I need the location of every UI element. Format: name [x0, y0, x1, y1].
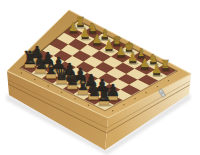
brass-pin	[123, 104, 124, 105]
svg-text:♟: ♟	[151, 62, 162, 76]
brass-pin	[134, 98, 135, 99]
brass-pin	[157, 86, 158, 87]
piece-white-pawn: ♟	[80, 26, 91, 41]
brass-pin	[145, 92, 146, 93]
brass-pin	[168, 80, 169, 81]
piece-white-pawn: ♟	[68, 20, 79, 35]
piece-white-pawn: ♟	[116, 44, 127, 59]
svg-text:♟: ♟	[80, 26, 91, 40]
svg-text:♟: ♟	[104, 38, 115, 52]
brass-pin	[34, 79, 35, 80]
svg-text:♜: ♜	[96, 85, 112, 105]
piece-black-rook: ♜	[96, 85, 112, 107]
brass-pin	[21, 72, 22, 73]
piece-white-pawn: ♟	[151, 62, 162, 77]
piece-white-pawn: ♟	[139, 56, 150, 71]
svg-text:♟: ♟	[92, 32, 103, 46]
piece-white-pawn: ♟	[104, 38, 115, 53]
brass-pin	[61, 92, 62, 93]
brass-pin	[88, 105, 89, 106]
svg-text:♟: ♟	[139, 56, 150, 70]
svg-text:♟: ♟	[116, 44, 127, 58]
chess-board: ♜♞♝♛♚♝♞♜♟♟♟♟♟♟♟♟♟♟♟♟♟♟♟♟♜♞♝♛♚♝♞♜	[0, 0, 200, 155]
piece-white-pawn: ♟	[128, 50, 139, 65]
brass-pin	[74, 98, 75, 99]
piece-white-rook: ♜	[161, 58, 171, 72]
chess-set-photo: ♜♞♝♛♚♝♞♜♟♟♟♟♟♟♟♟♟♟♟♟♟♟♟♟♜♞♝♛♚♝♞♜	[0, 0, 200, 155]
brass-pin	[112, 110, 113, 111]
brass-pin	[48, 85, 49, 86]
svg-text:♟: ♟	[68, 20, 79, 34]
piece-white-pawn: ♟	[92, 32, 103, 47]
svg-text:♟: ♟	[128, 50, 139, 64]
